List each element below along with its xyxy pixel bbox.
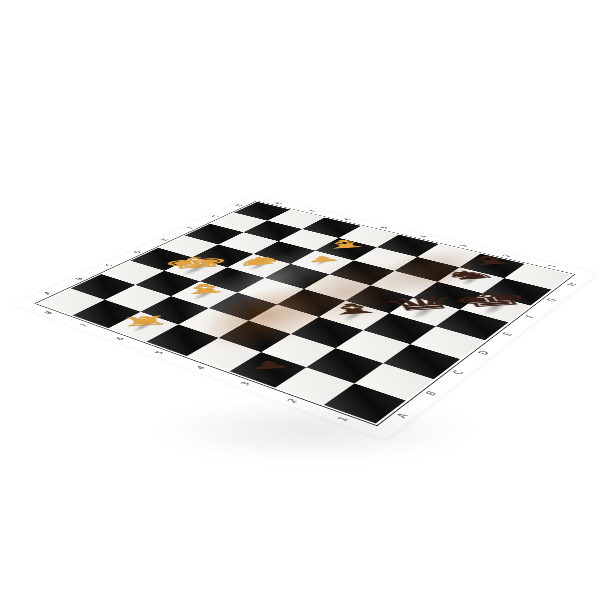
file-label-bottom-D: D <box>477 350 491 356</box>
file-label-bottom-G: G <box>545 298 558 303</box>
product-photo-background: AABBCCDDEEFFGGHH1122334455667788 ♚♜♝♞♝♟♟… <box>0 0 600 600</box>
rank-label-left-4: 4 <box>195 365 207 370</box>
file-label-bottom-E: E <box>502 332 515 337</box>
rank-label-left-7: 7 <box>78 323 89 328</box>
file-label-bottom-F: F <box>524 314 536 318</box>
file-label-bottom-C: C <box>452 370 466 376</box>
file-label-bottom-A: A <box>395 413 409 420</box>
chess-board <box>39 202 572 424</box>
file-label-bottom-B: B <box>424 390 438 396</box>
rank-label-left-6: 6 <box>114 336 125 341</box>
chess-mat: AABBCCDDEEFFGGHH1122334455667788 ♚♜♝♞♝♟♟… <box>13 195 597 440</box>
rank-label-left-2: 2 <box>286 398 299 404</box>
rank-label-left-3: 3 <box>239 381 252 387</box>
rank-label-left-1: 1 <box>336 416 350 422</box>
file-label-top-A: A <box>43 291 53 295</box>
rank-label-left-5: 5 <box>153 350 165 355</box>
file-label-bottom-H: H <box>566 282 578 286</box>
rank-label-left-8: 8 <box>43 311 54 315</box>
